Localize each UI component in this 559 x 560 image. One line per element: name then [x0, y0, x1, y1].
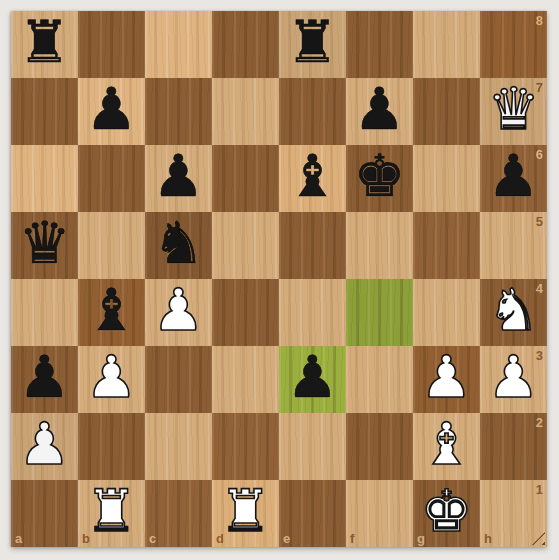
- white-pawn[interactable]: ♟: [19, 411, 71, 478]
- square-e7[interactable]: [279, 78, 346, 145]
- square-g7[interactable]: [413, 78, 480, 145]
- square-f4[interactable]: [346, 279, 413, 346]
- square-d1[interactable]: ♜d: [212, 480, 279, 547]
- square-f8[interactable]: [346, 11, 413, 78]
- white-pawn[interactable]: ♟: [421, 344, 473, 411]
- black-pawn[interactable]: ♟: [488, 143, 540, 210]
- square-b6[interactable]: [78, 145, 145, 212]
- white-bishop[interactable]: ♝: [421, 411, 473, 478]
- square-c1[interactable]: c: [145, 480, 212, 547]
- square-f5[interactable]: [346, 212, 413, 279]
- white-king[interactable]: ♚: [421, 478, 473, 545]
- black-pawn[interactable]: ♟: [354, 76, 406, 143]
- square-c8[interactable]: [145, 11, 212, 78]
- square-h3[interactable]: ♟3: [480, 346, 547, 413]
- square-h8[interactable]: 8: [480, 11, 547, 78]
- square-d6[interactable]: [212, 145, 279, 212]
- square-c5[interactable]: ♞: [145, 212, 212, 279]
- square-b3[interactable]: ♟: [78, 346, 145, 413]
- square-e3[interactable]: ♟: [279, 346, 346, 413]
- square-e8[interactable]: ♜: [279, 11, 346, 78]
- square-c4[interactable]: ♟: [145, 279, 212, 346]
- square-b4[interactable]: ♝: [78, 279, 145, 346]
- square-h6[interactable]: ♟6: [480, 145, 547, 212]
- square-c3[interactable]: [145, 346, 212, 413]
- white-knight[interactable]: ♞: [488, 277, 540, 344]
- file-label-h: h: [484, 532, 492, 545]
- square-f1[interactable]: f: [346, 480, 413, 547]
- square-e1[interactable]: e: [279, 480, 346, 547]
- white-pawn[interactable]: ♟: [86, 344, 138, 411]
- square-g2[interactable]: ♝: [413, 413, 480, 480]
- black-pawn[interactable]: ♟: [19, 344, 71, 411]
- square-e6[interactable]: ♝: [279, 145, 346, 212]
- square-g3[interactable]: ♟: [413, 346, 480, 413]
- black-pawn[interactable]: ♟: [86, 76, 138, 143]
- black-queen[interactable]: ♛: [19, 210, 71, 277]
- square-h4[interactable]: ♞4: [480, 279, 547, 346]
- square-d8[interactable]: [212, 11, 279, 78]
- black-pawn[interactable]: ♟: [153, 143, 205, 210]
- file-label-e: e: [283, 532, 290, 545]
- square-b8[interactable]: [78, 11, 145, 78]
- square-a4[interactable]: [11, 279, 78, 346]
- square-e4[interactable]: [279, 279, 346, 346]
- rank-label-5: 5: [536, 215, 543, 228]
- square-g8[interactable]: [413, 11, 480, 78]
- chess-board: ♜♜8♟♟♛7♟♝♚♟6♛♞5♝♟♞4♟♟♟♟♟3♟♝2a♜bc♜def♚g1h: [11, 11, 547, 547]
- white-rook[interactable]: ♜: [86, 478, 138, 545]
- square-f2[interactable]: [346, 413, 413, 480]
- black-rook[interactable]: ♜: [19, 9, 71, 76]
- black-bishop[interactable]: ♝: [287, 143, 339, 210]
- square-d5[interactable]: [212, 212, 279, 279]
- square-g6[interactable]: [413, 145, 480, 212]
- square-d4[interactable]: [212, 279, 279, 346]
- rank-label-8: 8: [536, 14, 543, 27]
- square-c6[interactable]: ♟: [145, 145, 212, 212]
- square-d7[interactable]: [212, 78, 279, 145]
- square-a8[interactable]: ♜: [11, 11, 78, 78]
- square-g5[interactable]: [413, 212, 480, 279]
- square-a2[interactable]: ♟: [11, 413, 78, 480]
- square-h2[interactable]: 2: [480, 413, 547, 480]
- file-label-f: f: [350, 532, 354, 545]
- square-g1[interactable]: ♚g: [413, 480, 480, 547]
- square-b5[interactable]: [78, 212, 145, 279]
- square-h1[interactable]: 1h: [480, 480, 547, 547]
- file-label-c: c: [149, 532, 156, 545]
- square-c2[interactable]: [145, 413, 212, 480]
- black-rook[interactable]: ♜: [287, 9, 339, 76]
- black-knight[interactable]: ♞: [153, 210, 205, 277]
- square-b1[interactable]: ♜b: [78, 480, 145, 547]
- square-f7[interactable]: ♟: [346, 78, 413, 145]
- rank-label-1: 1: [536, 483, 543, 496]
- black-king[interactable]: ♚: [354, 143, 406, 210]
- white-rook[interactable]: ♜: [220, 478, 272, 545]
- square-b2[interactable]: [78, 413, 145, 480]
- page-background: { "game": "chess", "position": { "fen": …: [0, 0, 559, 560]
- square-h7[interactable]: ♛7: [480, 78, 547, 145]
- square-a6[interactable]: [11, 145, 78, 212]
- square-h5[interactable]: 5: [480, 212, 547, 279]
- white-pawn[interactable]: ♟: [488, 344, 540, 411]
- white-pawn[interactable]: ♟: [153, 277, 205, 344]
- square-f3[interactable]: [346, 346, 413, 413]
- square-d3[interactable]: [212, 346, 279, 413]
- black-pawn[interactable]: ♟: [287, 344, 339, 411]
- square-a1[interactable]: a: [11, 480, 78, 547]
- square-e2[interactable]: [279, 413, 346, 480]
- square-b7[interactable]: ♟: [78, 78, 145, 145]
- file-label-a: a: [15, 532, 22, 545]
- square-a7[interactable]: [11, 78, 78, 145]
- square-a3[interactable]: ♟: [11, 346, 78, 413]
- white-queen[interactable]: ♛: [488, 76, 540, 143]
- square-f6[interactable]: ♚: [346, 145, 413, 212]
- black-bishop[interactable]: ♝: [86, 277, 138, 344]
- square-c7[interactable]: [145, 78, 212, 145]
- square-g4[interactable]: [413, 279, 480, 346]
- rank-label-2: 2: [536, 416, 543, 429]
- square-a5[interactable]: ♛: [11, 212, 78, 279]
- square-e5[interactable]: [279, 212, 346, 279]
- square-d2[interactable]: [212, 413, 279, 480]
